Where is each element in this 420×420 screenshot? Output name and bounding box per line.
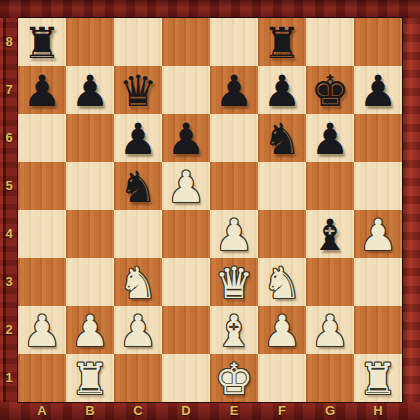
square-g8[interactable] xyxy=(306,18,354,66)
file-label-f: F xyxy=(258,402,306,420)
piece-black-pawn[interactable]: ♟ xyxy=(311,115,350,163)
square-b1[interactable]: ♜ xyxy=(66,354,114,402)
square-h4[interactable]: ♟ xyxy=(354,210,402,258)
piece-black-pawn[interactable]: ♟ xyxy=(263,67,302,115)
rank-label-8: 8 xyxy=(0,18,18,66)
file-label-c: C xyxy=(114,402,162,420)
square-e4[interactable]: ♟ xyxy=(210,210,258,258)
square-f4[interactable] xyxy=(258,210,306,258)
square-f7[interactable]: ♟ xyxy=(258,66,306,114)
piece-black-pawn[interactable]: ♟ xyxy=(167,115,206,163)
file-label-b: B xyxy=(66,402,114,420)
piece-white-pawn[interactable]: ♟ xyxy=(311,307,350,355)
square-h3[interactable] xyxy=(354,258,402,306)
square-c6[interactable]: ♟ xyxy=(114,114,162,162)
square-b2[interactable]: ♟ xyxy=(66,306,114,354)
square-g2[interactable]: ♟ xyxy=(306,306,354,354)
square-a7[interactable]: ♟ xyxy=(18,66,66,114)
chessboard-frame: ♜♜♟♟♛♟♟♚♟♟♟♞♟♞♟♟♝♟♞♛♞♟♟♟♝♟♟♜♚♜ 87654321 … xyxy=(0,0,420,420)
square-e6[interactable] xyxy=(210,114,258,162)
piece-white-knight[interactable]: ♞ xyxy=(263,259,302,307)
rank-label-7: 7 xyxy=(0,66,18,114)
piece-white-king[interactable]: ♚ xyxy=(215,355,254,403)
piece-white-pawn[interactable]: ♟ xyxy=(23,307,62,355)
square-a2[interactable]: ♟ xyxy=(18,306,66,354)
square-h2[interactable] xyxy=(354,306,402,354)
piece-black-pawn[interactable]: ♟ xyxy=(215,67,254,115)
rank-label-2: 2 xyxy=(0,306,18,354)
square-h8[interactable] xyxy=(354,18,402,66)
piece-white-bishop[interactable]: ♝ xyxy=(215,307,254,355)
square-e7[interactable]: ♟ xyxy=(210,66,258,114)
file-label-e: E xyxy=(210,402,258,420)
piece-white-queen[interactable]: ♛ xyxy=(215,259,254,307)
square-c3[interactable]: ♞ xyxy=(114,258,162,306)
rank-label-4: 4 xyxy=(0,210,18,258)
square-d5[interactable]: ♟ xyxy=(162,162,210,210)
rank-label-5: 5 xyxy=(0,162,18,210)
piece-black-bishop[interactable]: ♝ xyxy=(311,211,350,259)
piece-white-pawn[interactable]: ♟ xyxy=(359,211,398,259)
square-e5[interactable] xyxy=(210,162,258,210)
square-d7[interactable] xyxy=(162,66,210,114)
square-c5[interactable]: ♞ xyxy=(114,162,162,210)
square-g1[interactable] xyxy=(306,354,354,402)
square-f8[interactable]: ♜ xyxy=(258,18,306,66)
square-f2[interactable]: ♟ xyxy=(258,306,306,354)
file-label-g: G xyxy=(306,402,354,420)
rank-label-3: 3 xyxy=(0,258,18,306)
piece-black-pawn[interactable]: ♟ xyxy=(23,67,62,115)
square-b7[interactable]: ♟ xyxy=(66,66,114,114)
square-e3[interactable]: ♛ xyxy=(210,258,258,306)
square-e2[interactable]: ♝ xyxy=(210,306,258,354)
square-g3[interactable] xyxy=(306,258,354,306)
square-b4[interactable] xyxy=(66,210,114,258)
piece-black-knight[interactable]: ♞ xyxy=(119,163,158,211)
square-b3[interactable] xyxy=(66,258,114,306)
square-g5[interactable] xyxy=(306,162,354,210)
square-h6[interactable] xyxy=(354,114,402,162)
file-label-a: A xyxy=(18,402,66,420)
piece-black-pawn[interactable]: ♟ xyxy=(359,67,398,115)
square-f5[interactable] xyxy=(258,162,306,210)
piece-white-knight[interactable]: ♞ xyxy=(119,259,158,307)
piece-black-pawn[interactable]: ♟ xyxy=(119,115,158,163)
piece-white-rook[interactable]: ♜ xyxy=(71,355,110,403)
square-b5[interactable] xyxy=(66,162,114,210)
square-e8[interactable] xyxy=(210,18,258,66)
chess-board: ♜♜♟♟♛♟♟♚♟♟♟♞♟♞♟♟♝♟♞♛♞♟♟♟♝♟♟♜♚♜ xyxy=(18,18,402,402)
square-c1[interactable] xyxy=(114,354,162,402)
piece-white-rook[interactable]: ♜ xyxy=(359,355,398,403)
frame-edge-top xyxy=(0,0,420,18)
square-d2[interactable] xyxy=(162,306,210,354)
square-a8[interactable]: ♜ xyxy=(18,18,66,66)
piece-black-king[interactable]: ♚ xyxy=(311,67,350,115)
piece-black-knight[interactable]: ♞ xyxy=(263,115,302,163)
square-h7[interactable]: ♟ xyxy=(354,66,402,114)
piece-black-queen[interactable]: ♛ xyxy=(119,67,158,115)
square-f3[interactable]: ♞ xyxy=(258,258,306,306)
piece-white-pawn[interactable]: ♟ xyxy=(71,307,110,355)
square-g4[interactable]: ♝ xyxy=(306,210,354,258)
rank-label-6: 6 xyxy=(0,114,18,162)
square-c7[interactable]: ♛ xyxy=(114,66,162,114)
piece-black-rook[interactable]: ♜ xyxy=(263,19,302,67)
square-c4[interactable] xyxy=(114,210,162,258)
square-a6[interactable] xyxy=(18,114,66,162)
square-d6[interactable]: ♟ xyxy=(162,114,210,162)
square-d4[interactable] xyxy=(162,210,210,258)
square-a5[interactable] xyxy=(18,162,66,210)
square-b8[interactable] xyxy=(66,18,114,66)
square-a3[interactable] xyxy=(18,258,66,306)
square-g6[interactable]: ♟ xyxy=(306,114,354,162)
file-label-d: D xyxy=(162,402,210,420)
square-a1[interactable] xyxy=(18,354,66,402)
square-h1[interactable]: ♜ xyxy=(354,354,402,402)
square-f6[interactable]: ♞ xyxy=(258,114,306,162)
square-d1[interactable] xyxy=(162,354,210,402)
file-label-h: H xyxy=(354,402,402,420)
square-d8[interactable] xyxy=(162,18,210,66)
square-b6[interactable] xyxy=(66,114,114,162)
rank-label-1: 1 xyxy=(0,354,18,402)
square-c8[interactable] xyxy=(114,18,162,66)
square-f1[interactable] xyxy=(258,354,306,402)
square-e1[interactable]: ♚ xyxy=(210,354,258,402)
piece-black-pawn[interactable]: ♟ xyxy=(71,67,110,115)
square-h5[interactable] xyxy=(354,162,402,210)
square-g7[interactable]: ♚ xyxy=(306,66,354,114)
piece-white-pawn[interactable]: ♟ xyxy=(119,307,158,355)
square-d3[interactable] xyxy=(162,258,210,306)
square-a4[interactable] xyxy=(18,210,66,258)
piece-black-rook[interactable]: ♜ xyxy=(23,19,62,67)
frame-edge-right xyxy=(402,0,420,420)
square-c2[interactable]: ♟ xyxy=(114,306,162,354)
piece-white-pawn[interactable]: ♟ xyxy=(263,307,302,355)
piece-white-pawn[interactable]: ♟ xyxy=(167,163,206,211)
piece-white-pawn[interactable]: ♟ xyxy=(215,211,254,259)
